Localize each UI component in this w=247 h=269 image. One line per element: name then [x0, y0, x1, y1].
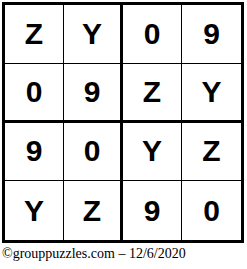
cell-r1c3: 0 — [123, 5, 182, 64]
cell-r4c1: Y — [5, 181, 64, 240]
copyright-credit: ©grouppuzzles.com – 12/6/2020 — [2, 246, 186, 262]
cell-r4c3: 9 — [123, 181, 182, 240]
sudoku-board: Z Y 0 9 0 9 Z Y 9 0 Y Z Y Z 9 0 — [2, 2, 244, 243]
cell-r1c4: 9 — [182, 5, 241, 64]
puzzle-page: Z Y 0 9 0 9 Z Y 9 0 Y Z Y Z 9 0 ©grouppu… — [0, 0, 247, 269]
cell-r3c3: Y — [123, 123, 182, 182]
cell-r2c4: Y — [182, 64, 241, 123]
cell-r3c2: 0 — [64, 123, 123, 182]
cell-r1c2: Y — [64, 5, 123, 64]
cell-r1c1: Z — [5, 5, 64, 64]
cell-r2c1: 0 — [5, 64, 64, 123]
cell-r3c4: Z — [182, 123, 241, 182]
cell-r4c4: 0 — [182, 181, 241, 240]
cell-r2c2: 9 — [64, 64, 123, 123]
cell-r3c1: 9 — [5, 123, 64, 182]
cell-r2c3: Z — [123, 64, 182, 123]
cell-r4c2: Z — [64, 181, 123, 240]
